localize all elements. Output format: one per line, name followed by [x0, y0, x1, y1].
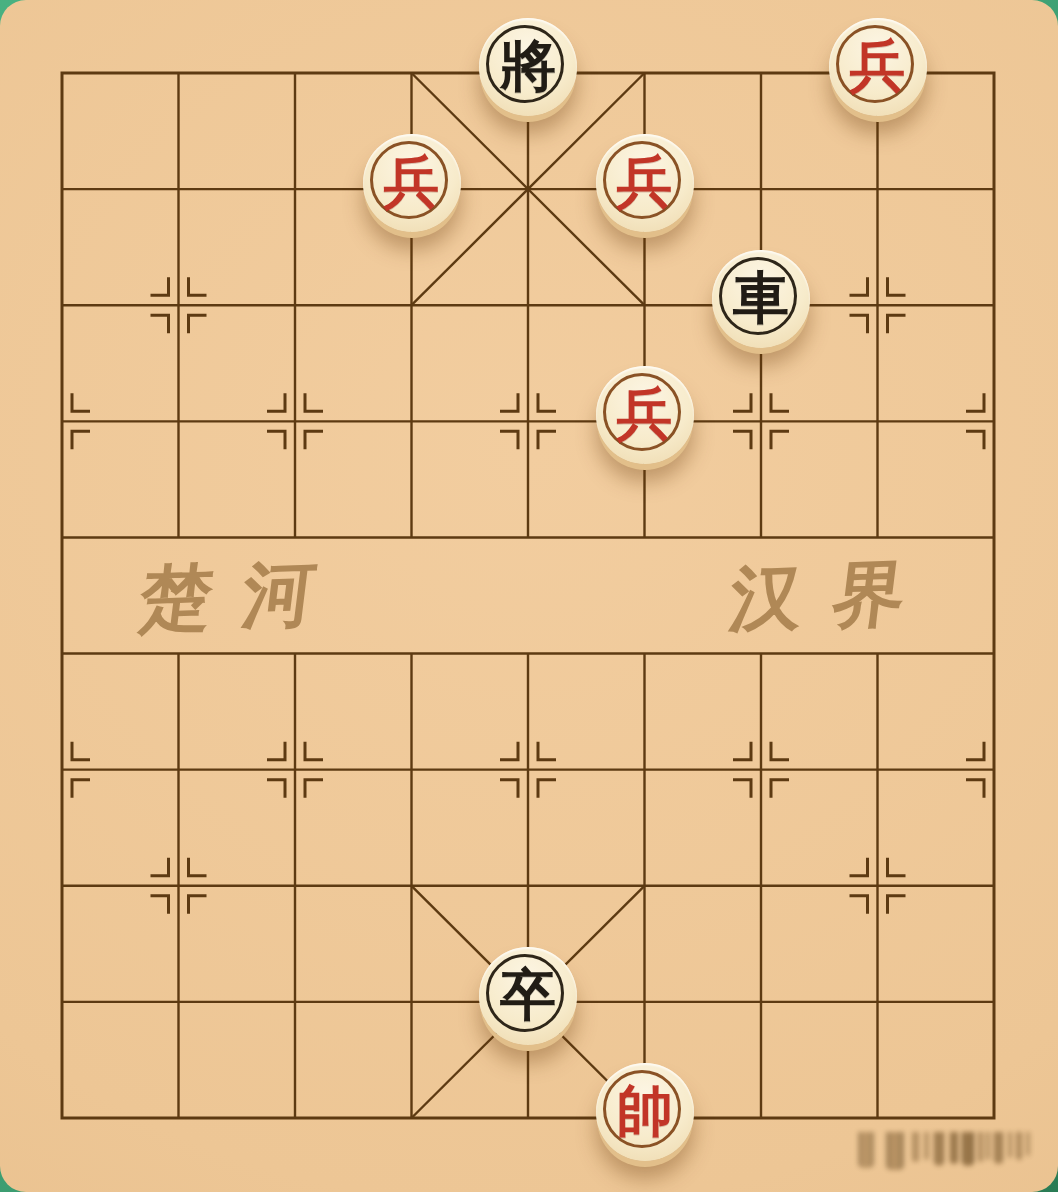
- watermark-bar: [924, 1132, 929, 1160]
- piece-black-chariot[interactable]: 車: [712, 250, 810, 348]
- watermark-bar: [986, 1132, 990, 1160]
- pieces-layer: 將兵兵兵車兵卒帥: [4, 15, 1053, 1176]
- piece-character: 兵: [829, 18, 927, 116]
- piece-red-soldier[interactable]: 兵: [363, 134, 461, 232]
- piece-black-general[interactable]: 將: [479, 18, 577, 116]
- piece-character: 卒: [479, 947, 577, 1045]
- watermark-bar: [950, 1132, 958, 1164]
- piece-red-soldier[interactable]: 兵: [596, 366, 694, 464]
- piece-character: 車: [712, 250, 810, 348]
- piece-red-soldier[interactable]: 兵: [596, 134, 694, 232]
- watermark-bar: [994, 1132, 1003, 1164]
- watermark-bar: [978, 1132, 983, 1162]
- piece-character: 帥: [596, 1063, 694, 1161]
- watermark-bar: [886, 1132, 904, 1170]
- piece-character: 兵: [596, 366, 694, 464]
- piece-character: 將: [479, 18, 577, 116]
- watermark-bar: [934, 1132, 944, 1166]
- watermark-artifact: [858, 1128, 1048, 1176]
- watermark-bar: [962, 1132, 974, 1166]
- xiangqi-board: 楚河 汉界 將兵兵兵車兵卒帥: [0, 0, 1058, 1192]
- piece-character: 兵: [596, 134, 694, 232]
- piece-red-soldier[interactable]: 兵: [829, 18, 927, 116]
- watermark-bar: [858, 1132, 874, 1168]
- piece-black-soldier[interactable]: 卒: [479, 947, 577, 1045]
- piece-red-general[interactable]: 帥: [596, 1063, 694, 1161]
- watermark-bar: [1008, 1132, 1012, 1158]
- watermark-bar: [912, 1132, 919, 1162]
- watermark-bar: [1026, 1132, 1030, 1156]
- piece-character: 兵: [363, 134, 461, 232]
- watermark-bar: [1016, 1132, 1022, 1160]
